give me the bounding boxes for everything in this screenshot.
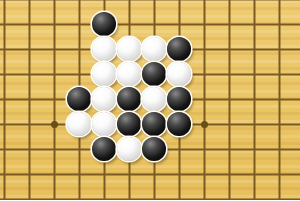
board-intersection[interactable] (17, 187, 42, 201)
board-intersection[interactable] (67, 62, 92, 87)
board-intersection[interactable] (0, 137, 17, 162)
board-intersection[interactable] (92, 137, 117, 162)
board-intersection[interactable] (242, 137, 267, 162)
board-intersection[interactable] (67, 87, 92, 112)
board-intersection[interactable] (117, 162, 142, 187)
board-intersection[interactable] (92, 12, 117, 37)
board-intersection[interactable] (192, 87, 217, 112)
white-stone (92, 87, 116, 111)
board-intersection[interactable] (142, 162, 167, 187)
black-stone (92, 12, 116, 36)
board-intersection[interactable] (192, 187, 217, 201)
board-intersection[interactable] (0, 12, 17, 37)
board-intersection[interactable] (167, 12, 192, 37)
board-intersection[interactable] (217, 187, 242, 201)
board-intersection[interactable] (17, 12, 42, 37)
board-intersection[interactable] (217, 62, 242, 87)
board-intersection[interactable] (67, 187, 92, 201)
board-intersection[interactable] (42, 112, 67, 137)
board-intersection[interactable] (242, 187, 267, 201)
board-intersection[interactable] (42, 12, 67, 37)
board-intersection[interactable] (142, 62, 167, 87)
board-intersection[interactable] (192, 12, 217, 37)
white-stone (67, 112, 91, 136)
board-intersection[interactable] (17, 137, 42, 162)
board-intersection[interactable] (267, 87, 292, 112)
board-intersection[interactable] (17, 112, 42, 137)
board-intersection[interactable] (92, 87, 117, 112)
board-intersection[interactable] (242, 62, 267, 87)
board-intersection[interactable] (242, 112, 267, 137)
board-intersection[interactable] (242, 162, 267, 187)
black-stone (67, 87, 91, 111)
white-stone (117, 62, 141, 86)
board-intersection[interactable] (142, 87, 167, 112)
white-stone (142, 37, 166, 61)
board-intersection[interactable] (142, 37, 167, 62)
board-intersection[interactable] (142, 112, 167, 137)
board-intersection[interactable] (67, 112, 92, 137)
board-intersection[interactable] (17, 62, 42, 87)
board-intersection[interactable] (142, 12, 167, 37)
white-stone (167, 62, 191, 86)
board-intersection[interactable] (242, 37, 267, 62)
white-stone (142, 87, 166, 111)
white-stone (92, 62, 116, 86)
board-intersection[interactable] (267, 162, 292, 187)
board-intersection[interactable] (92, 37, 117, 62)
board-intersection[interactable] (0, 62, 17, 87)
black-stone (167, 87, 191, 111)
white-stone (92, 37, 116, 61)
black-stone (142, 62, 166, 86)
board-intersection[interactable] (267, 37, 292, 62)
board-intersection[interactable] (167, 137, 192, 162)
board-intersection[interactable] (67, 37, 92, 62)
black-stone (117, 112, 141, 136)
star-point (51, 121, 58, 128)
board-intersection[interactable] (242, 12, 267, 37)
board-intersection[interactable] (267, 112, 292, 137)
board-intersection[interactable] (117, 87, 142, 112)
board-intersection[interactable] (217, 12, 242, 37)
board-intersection[interactable] (167, 87, 192, 112)
board-intersection[interactable] (267, 62, 292, 87)
black-stone (92, 137, 116, 161)
black-stone (167, 37, 191, 61)
board-intersection[interactable] (192, 112, 217, 137)
board-intersection[interactable] (92, 187, 117, 201)
board-intersection[interactable] (192, 162, 217, 187)
board-intersection[interactable] (217, 37, 242, 62)
star-point (201, 121, 208, 128)
board-intersection[interactable] (142, 187, 167, 201)
board-intersection[interactable] (217, 137, 242, 162)
board-intersection[interactable] (167, 37, 192, 62)
black-stone (167, 112, 191, 136)
go-board[interactable] (0, 0, 300, 200)
board-intersection[interactable] (192, 62, 217, 87)
board-intersection[interactable] (192, 137, 217, 162)
board-intersection[interactable] (42, 162, 67, 187)
board-intersection[interactable] (67, 137, 92, 162)
board-intersection[interactable] (117, 137, 142, 162)
board-intersection[interactable] (167, 187, 192, 201)
board-intersection[interactable] (17, 37, 42, 62)
board-intersection[interactable] (217, 112, 242, 137)
board-intersection[interactable] (217, 87, 242, 112)
board-intersection[interactable] (42, 62, 67, 87)
white-stone (117, 137, 141, 161)
board-intersection[interactable] (42, 137, 67, 162)
board-intersection[interactable] (117, 112, 142, 137)
board-intersection[interactable] (217, 162, 242, 187)
board-intersection[interactable] (92, 62, 117, 87)
board-intersection[interactable] (0, 187, 17, 201)
board-intersection[interactable] (142, 137, 167, 162)
board-intersection[interactable] (42, 187, 67, 201)
board-intersection[interactable] (117, 187, 142, 201)
board-intersection[interactable] (42, 37, 67, 62)
board-intersection[interactable] (42, 87, 67, 112)
board-intersection[interactable] (0, 112, 17, 137)
white-stone (92, 112, 116, 136)
board-intersection[interactable] (242, 87, 267, 112)
black-stone (117, 87, 141, 111)
board-intersection[interactable] (267, 187, 292, 201)
board-intersection[interactable] (0, 37, 17, 62)
board-intersection[interactable] (267, 137, 292, 162)
board-intersection[interactable] (167, 62, 192, 87)
board-intersection[interactable] (117, 12, 142, 37)
board-intersection[interactable] (17, 87, 42, 112)
board-intersection[interactable] (0, 87, 17, 112)
board-intersection[interactable] (0, 162, 17, 187)
board-intersection[interactable] (167, 112, 192, 137)
board-intersection[interactable] (117, 37, 142, 62)
board-intersection[interactable] (192, 37, 217, 62)
board-intersection[interactable] (17, 162, 42, 187)
board-intersection[interactable] (67, 162, 92, 187)
board-intersection[interactable] (92, 112, 117, 137)
board-intersection[interactable] (117, 62, 142, 87)
go-grid (0, 12, 292, 201)
black-stone (142, 137, 166, 161)
white-stone (117, 37, 141, 61)
black-stone (142, 112, 166, 136)
board-intersection[interactable] (167, 162, 192, 187)
board-intersection[interactable] (92, 162, 117, 187)
board-intersection[interactable] (267, 12, 292, 37)
board-intersection[interactable] (67, 12, 92, 37)
